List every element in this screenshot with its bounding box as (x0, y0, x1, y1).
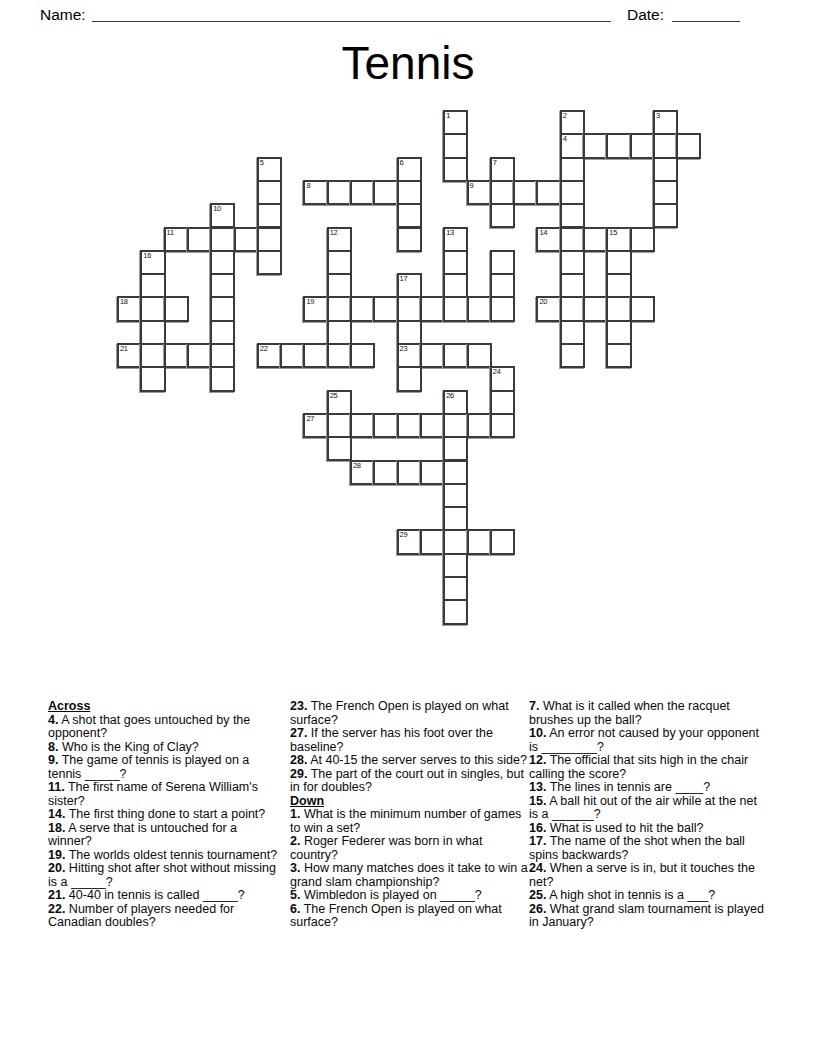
grid-cell-r1c21[interactable] (606, 133, 631, 158)
grid-cell-r1c19[interactable]: 4 (560, 133, 585, 158)
grid-cell-r3c18[interactable] (536, 180, 561, 205)
clue-number: 20. (48, 861, 65, 875)
grid-cell-r8c20[interactable] (583, 296, 608, 321)
grid-cell-r3c8[interactable]: 8 (303, 180, 328, 205)
grid-cell-r6c19[interactable] (560, 250, 585, 275)
grid-cell-r5c18[interactable]: 14 (536, 227, 561, 252)
grid-cell-r11c12[interactable] (397, 366, 422, 391)
clue-down-12: 12. The official that sits high in the c… (529, 754, 769, 781)
grid-cell-r8c15[interactable] (467, 296, 492, 321)
clue-number: 12. (529, 753, 546, 767)
cell-number: 8 (306, 181, 310, 190)
clue-number: 24. (529, 861, 546, 875)
grid-cell-r21c14[interactable] (443, 599, 468, 624)
clue-across-4: 4. A shot that goes untouched by the opp… (48, 714, 281, 741)
clue-number: 15. (529, 794, 546, 808)
grid-cell-r11c16[interactable]: 24 (490, 366, 515, 391)
clue-down-2: 2. Roger Federer was born in what countr… (290, 835, 528, 862)
cell-number: 24 (493, 367, 501, 376)
name-label: Name: (40, 6, 86, 24)
grid-cell-r5c3[interactable] (187, 227, 212, 252)
clue-number: 16. (529, 821, 546, 835)
clue-number: 25. (529, 888, 546, 902)
cell-number: 25 (330, 391, 338, 400)
clue-number: 22. (48, 902, 65, 916)
grid-cell-r16c14[interactable] (443, 483, 468, 508)
cell-number: 17 (400, 274, 408, 283)
cell-number: 20 (539, 297, 547, 306)
grid-cell-r9c12[interactable] (397, 320, 422, 345)
grid-cell-r20c14[interactable] (443, 576, 468, 601)
grid-cell-r10c4[interactable] (210, 343, 235, 368)
name-blank-line (92, 21, 611, 22)
grid-cell-r3c19[interactable] (560, 180, 585, 205)
clue-across-19: 19. The worlds oldest tennis tournament? (48, 849, 281, 863)
grid-cell-r10c13[interactable] (420, 343, 445, 368)
grid-cell-r13c13[interactable] (420, 413, 445, 438)
grid-cell-r13c8[interactable]: 27 (303, 413, 328, 438)
grid-cell-r13c15[interactable] (467, 413, 492, 438)
grid-cell-r10c2[interactable] (164, 343, 189, 368)
worksheet-page: Name: Date: Tennis 123456789101112131415… (0, 0, 816, 1056)
cell-number: 23 (400, 344, 408, 353)
cell-number: 10 (213, 204, 221, 213)
grid-cell-r11c4[interactable] (210, 366, 235, 391)
grid-cell-r7c21[interactable] (606, 273, 631, 298)
clue-number: 13. (529, 780, 546, 794)
clue-number: 21. (48, 888, 65, 902)
cell-number: 1 (446, 111, 450, 120)
grid-cell-r9c19[interactable] (560, 320, 585, 345)
grid-cell-r5c22[interactable] (630, 227, 655, 252)
grid-cell-r0c14[interactable]: 1 (443, 110, 468, 135)
grid-cell-r18c15[interactable] (467, 529, 492, 554)
grid-cell-r7c4[interactable] (210, 273, 235, 298)
grid-cell-r10c19[interactable] (560, 343, 585, 368)
grid-cell-r3c17[interactable] (513, 180, 538, 205)
grid-cell-r8c10[interactable] (350, 296, 375, 321)
grid-cell-r10c21[interactable] (606, 343, 631, 368)
grid-cell-r6c21[interactable] (606, 250, 631, 275)
grid-cell-r0c19[interactable]: 2 (560, 110, 585, 135)
cell-number: 28 (353, 461, 361, 470)
grid-cell-r14c9[interactable] (327, 436, 352, 461)
clue-number: 11. (48, 780, 65, 794)
grid-cell-r9c1[interactable] (140, 320, 165, 345)
grid-cell-r8c18[interactable]: 20 (536, 296, 561, 321)
grid-cell-r6c16[interactable] (490, 250, 515, 275)
cell-number: 11 (167, 228, 174, 237)
date-label: Date: (627, 6, 664, 24)
grid-cell-r8c1[interactable] (140, 296, 165, 321)
grid-cell-r7c1[interactable] (140, 273, 165, 298)
grid-cell-r2c6[interactable]: 5 (257, 157, 282, 182)
grid-cell-r17c14[interactable] (443, 506, 468, 531)
grid-cell-r10c1[interactable] (140, 343, 165, 368)
clue-number: 26. (529, 902, 546, 916)
grid-cell-r8c19[interactable] (560, 296, 585, 321)
across-heading: Across (48, 700, 281, 714)
grid-cell-r1c22[interactable] (630, 133, 655, 158)
cell-number: 26 (446, 391, 454, 400)
grid-cell-r5c5[interactable] (234, 227, 259, 252)
clue-number: 7. (529, 699, 539, 713)
cell-number: 2 (563, 111, 567, 120)
grid-cell-r10c15[interactable] (467, 343, 492, 368)
clue-down-1: 1. What is the minimum number of games t… (290, 808, 528, 835)
clue-down-10: 10. An error not caused by your opponent… (529, 727, 769, 754)
clue-across-14: 14. The first thing done to start a poin… (48, 808, 281, 822)
clue-number: 29. (290, 767, 307, 781)
cell-number: 3 (656, 111, 660, 120)
grid-cell-r4c16[interactable] (490, 203, 515, 228)
grid-cell-r10c14[interactable] (443, 343, 468, 368)
grid-cell-r3c11[interactable] (373, 180, 398, 205)
cell-number: 6 (400, 158, 404, 167)
clue-number: 4. (48, 713, 58, 727)
clue-across-9: 9. The game of tennis is played on a ten… (48, 754, 281, 781)
cell-number: 12 (330, 228, 338, 237)
grid-cell-r10c10[interactable] (350, 343, 375, 368)
grid-cell-r5c14[interactable]: 13 (443, 227, 468, 252)
grid-cell-r2c19[interactable] (560, 157, 585, 182)
clue-down-5: 5. Wimbledon is played on _____? (290, 889, 528, 903)
grid-cell-r4c4[interactable]: 10 (210, 203, 235, 228)
clue-across-23: 23. The French Open is played on what su… (290, 700, 528, 727)
grid-cell-r1c24[interactable] (676, 133, 701, 158)
clue-across-28: 28. At 40-15 the server serves to this s… (290, 754, 528, 768)
crossword-grid: 1234567891011121314151617181920212223242… (117, 110, 702, 625)
clue-number: 8. (48, 740, 58, 754)
grid-cell-r7c16[interactable] (490, 273, 515, 298)
grid-cell-r4c6[interactable] (257, 203, 282, 228)
clue-across-29: 29. The part of the court out in singles… (290, 768, 528, 795)
clue-number: 18. (48, 821, 65, 835)
grid-cell-r19c14[interactable] (443, 553, 468, 578)
grid-cell-r13c11[interactable] (373, 413, 398, 438)
date-blank-line (672, 21, 740, 22)
grid-cell-r8c0[interactable]: 18 (117, 296, 142, 321)
grid-cell-r8c16[interactable] (490, 296, 515, 321)
clue-number: 6. (290, 902, 300, 916)
cell-number: 21 (120, 344, 128, 353)
grid-cell-r18c14[interactable] (443, 529, 468, 554)
clue-number: 9. (48, 753, 58, 767)
clue-number: 2. (290, 834, 300, 848)
grid-cell-r2c14[interactable] (443, 157, 468, 182)
cell-number: 13 (446, 228, 454, 237)
grid-cell-r15c10[interactable]: 28 (350, 460, 375, 485)
clue-across-27: 27. If the server has his foot over the … (290, 727, 528, 754)
grid-cell-r15c14[interactable] (443, 460, 468, 485)
grid-cell-r5c19[interactable] (560, 227, 585, 252)
grid-cell-r5c2[interactable]: 11 (164, 227, 189, 252)
clue-number: 10. (529, 726, 546, 740)
grid-cell-r12c14[interactable]: 26 (443, 390, 468, 415)
grid-cell-r10c6[interactable]: 22 (257, 343, 282, 368)
grid-cell-r13c9[interactable] (327, 413, 352, 438)
grid-cell-r2c16[interactable]: 7 (490, 157, 515, 182)
grid-cell-r5c6[interactable] (257, 227, 282, 252)
grid-cell-r3c6[interactable] (257, 180, 282, 205)
puzzle-title: Tennis (0, 36, 816, 90)
clue-down-16: 16. What is used to hit the ball? (529, 822, 769, 836)
grid-cell-r8c14[interactable] (443, 296, 468, 321)
clue-down-6: 6. The French Open is played on what sur… (290, 903, 528, 930)
grid-cell-r10c0[interactable]: 21 (117, 343, 142, 368)
cell-number: 9 (470, 181, 474, 190)
grid-cell-r0c23[interactable]: 3 (653, 110, 678, 135)
clue-down-26: 26. What grand slam tournament is played… (529, 903, 769, 930)
grid-cell-r8c9[interactable] (327, 296, 352, 321)
clue-number: 23. (290, 699, 307, 713)
cell-number: 7 (493, 158, 497, 167)
cell-number: 29 (400, 530, 408, 539)
grid-cell-r15c13[interactable] (420, 460, 445, 485)
grid-cell-r7c19[interactable] (560, 273, 585, 298)
grid-cell-r1c23[interactable] (653, 133, 678, 158)
clue-across-22: 22. Number of players needed for Canadia… (48, 903, 281, 930)
clue-number: 5. (290, 888, 300, 902)
clue-down-24: 24. When a serve is in, but it touches t… (529, 862, 769, 889)
grid-cell-r6c4[interactable] (210, 250, 235, 275)
clue-column-2: 23. The French Open is played on what su… (290, 700, 528, 930)
clue-across-18: 18. A serve that is untouched for a winn… (48, 822, 281, 849)
grid-cell-r14c14[interactable] (443, 436, 468, 461)
grid-cell-r12c16[interactable] (490, 390, 515, 415)
grid-cell-r13c10[interactable] (350, 413, 375, 438)
grid-cell-r18c16[interactable] (490, 529, 515, 554)
grid-cell-r6c6[interactable] (257, 250, 282, 275)
cell-number: 19 (306, 297, 314, 306)
clue-across-8: 8. Who is the King of Clay? (48, 741, 281, 755)
grid-cell-r8c21[interactable] (606, 296, 631, 321)
cell-number: 14 (539, 228, 547, 237)
clue-column-3: 7. What is it called when the racquet br… (529, 700, 769, 930)
grid-cell-r2c23[interactable] (653, 157, 678, 182)
grid-cell-r5c9[interactable]: 12 (327, 227, 352, 252)
grid-cell-r6c14[interactable] (443, 250, 468, 275)
clue-across-21: 21. 40-40 in tennis is called _____? (48, 889, 281, 903)
grid-cell-r7c12[interactable]: 17 (397, 273, 422, 298)
clue-column-1: Across4. A shot that goes untouched by t… (48, 700, 281, 930)
grid-cell-r3c12[interactable] (397, 180, 422, 205)
grid-cell-r8c13[interactable] (420, 296, 445, 321)
grid-cell-r10c8[interactable] (303, 343, 328, 368)
clue-number: 27. (290, 726, 307, 740)
grid-cell-r7c14[interactable] (443, 273, 468, 298)
grid-cell-r8c12[interactable] (397, 296, 422, 321)
grid-cell-r1c14[interactable] (443, 133, 468, 158)
clue-down-7: 7. What is it called when the racquet br… (529, 700, 769, 727)
clue-number: 14. (48, 807, 65, 821)
grid-cell-r5c21[interactable]: 15 (606, 227, 631, 252)
clue-number: 28. (290, 753, 307, 767)
grid-cell-r6c1[interactable]: 16 (140, 250, 165, 275)
grid-cell-r7c9[interactable] (327, 273, 352, 298)
grid-cell-r5c12[interactable] (397, 227, 422, 252)
grid-cell-r8c11[interactable] (373, 296, 398, 321)
clue-down-17: 17. The name of the shot when the ball s… (529, 835, 769, 862)
grid-cell-r3c15[interactable]: 9 (467, 180, 492, 205)
grid-cell-r5c4[interactable] (210, 227, 235, 252)
clue-across-11: 11. The first name of Serena William's s… (48, 781, 281, 808)
grid-cell-r4c23[interactable] (653, 203, 678, 228)
grid-cell-r8c8[interactable]: 19 (303, 296, 328, 321)
grid-cell-r8c22[interactable] (630, 296, 655, 321)
grid-cell-r10c3[interactable] (187, 343, 212, 368)
grid-cell-r4c19[interactable] (560, 203, 585, 228)
clue-number: 17. (529, 834, 546, 848)
cell-number: 16 (143, 251, 151, 260)
down-heading: Down (290, 795, 528, 809)
grid-cell-r10c12[interactable]: 23 (397, 343, 422, 368)
clue-number: 19. (48, 848, 65, 862)
grid-cell-r10c7[interactable] (280, 343, 305, 368)
grid-cell-r6c9[interactable] (327, 250, 352, 275)
grid-cell-r15c12[interactable] (397, 460, 422, 485)
clue-down-25: 25. A high shot in tennis is a ___? (529, 889, 769, 903)
grid-cell-r4c12[interactable] (397, 203, 422, 228)
grid-cell-r18c12[interactable]: 29 (397, 529, 422, 554)
grid-cell-r9c4[interactable] (210, 320, 235, 345)
grid-cell-r3c16[interactable] (490, 180, 515, 205)
clue-down-13: 13. The lines in tennis are ____? (529, 781, 769, 795)
grid-cell-r13c12[interactable] (397, 413, 422, 438)
cell-number: 27 (306, 414, 314, 423)
cell-number: 22 (260, 344, 268, 353)
grid-cell-r10c9[interactable] (327, 343, 352, 368)
grid-cell-r8c2[interactable] (164, 296, 189, 321)
grid-cell-r12c9[interactable]: 25 (327, 390, 352, 415)
cell-number: 18 (120, 297, 128, 306)
grid-cell-r8c4[interactable] (210, 296, 235, 321)
clue-down-3: 3. How many matches does it take to win … (290, 862, 528, 889)
grid-cell-r18c13[interactable] (420, 529, 445, 554)
grid-cell-r3c9[interactable] (327, 180, 352, 205)
clue-down-15: 15. A ball hit out of the air while at t… (529, 795, 769, 822)
clue-number: 1. (290, 807, 300, 821)
grid-cell-r5c20[interactable] (583, 227, 608, 252)
grid-cell-r3c10[interactable] (350, 180, 375, 205)
clue-across-20: 20. Hitting shot after shot without miss… (48, 862, 281, 889)
grid-cell-r15c11[interactable] (373, 460, 398, 485)
cell-number: 5 (260, 158, 264, 167)
grid-cell-r9c9[interactable] (327, 320, 352, 345)
grid-cell-r13c14[interactable] (443, 413, 468, 438)
cell-number: 15 (609, 228, 617, 237)
grid-cell-r3c23[interactable] (653, 180, 678, 205)
grid-cell-r1c20[interactable] (583, 133, 608, 158)
grid-cell-r9c21[interactable] (606, 320, 631, 345)
grid-cell-r11c1[interactable] (140, 366, 165, 391)
cell-number: 4 (563, 134, 567, 143)
clue-number: 3. (290, 861, 300, 875)
grid-cell-r2c12[interactable]: 6 (397, 157, 422, 182)
grid-cell-r13c16[interactable] (490, 413, 515, 438)
